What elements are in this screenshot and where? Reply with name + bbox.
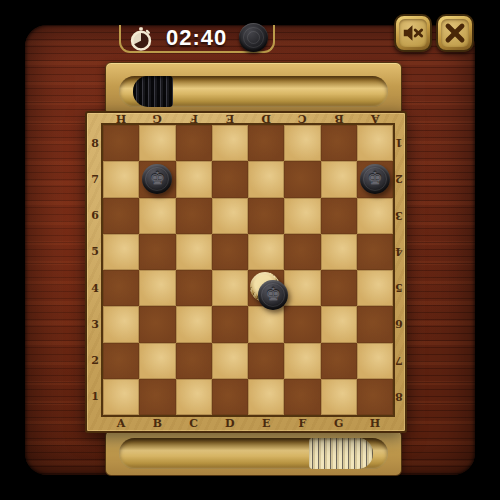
square-f8[interactable] (284, 125, 320, 161)
square-f4[interactable] (284, 270, 320, 306)
square-a6[interactable] (103, 198, 139, 234)
square-f2[interactable] (284, 343, 320, 379)
rank-label-left-1: 1 (87, 379, 103, 415)
square-e8[interactable] (248, 125, 284, 161)
square-b3[interactable] (139, 306, 175, 342)
file-label-top-c: C (284, 113, 320, 125)
square-f7[interactable] (284, 161, 320, 197)
rank-label-left-8: 8 (87, 125, 103, 161)
square-g3[interactable] (321, 306, 357, 342)
rank-label-left-5: 5 (87, 234, 103, 270)
square-g6[interactable] (321, 198, 357, 234)
wood-panel: HGFEDCBA ABCDEFGH 87654321 12345678 ♚♚♚ … (25, 25, 475, 475)
square-h5[interactable] (357, 234, 393, 270)
crown-emblem-icon: ♚ (150, 170, 165, 187)
tray-groove (119, 76, 388, 107)
crown-emblem-icon: ♚ (266, 286, 281, 303)
rank-labels-right: 12345678 (393, 125, 405, 415)
file-label-top-a: A (357, 113, 393, 125)
square-b5[interactable] (139, 234, 175, 270)
square-a8[interactable] (103, 125, 139, 161)
rank-label-left-6: 6 (87, 198, 103, 234)
rank-label-left-7: 7 (87, 161, 103, 197)
square-e7[interactable] (248, 161, 284, 197)
file-label-bottom-g: G (321, 415, 357, 431)
file-label-bottom-e: E (248, 415, 284, 431)
square-b6[interactable] (139, 198, 175, 234)
square-f5[interactable] (284, 234, 320, 270)
file-label-bottom-h: H (357, 415, 393, 431)
mute-button[interactable] (394, 14, 432, 52)
square-h1[interactable] (357, 379, 393, 415)
square-c8[interactable] (176, 125, 212, 161)
square-d4[interactable] (212, 270, 248, 306)
square-d6[interactable] (212, 198, 248, 234)
rank-label-right-5: 5 (393, 270, 405, 306)
rank-label-left-3: 3 (87, 306, 103, 342)
square-a1[interactable] (103, 379, 139, 415)
square-b2[interactable] (139, 343, 175, 379)
square-a7[interactable] (103, 161, 139, 197)
file-label-top-h: H (103, 113, 139, 125)
square-d3[interactable] (212, 306, 248, 342)
square-a3[interactable] (103, 306, 139, 342)
speaker-muted-icon (399, 19, 427, 47)
white-piece-stack (309, 438, 373, 469)
square-b1[interactable] (139, 379, 175, 415)
square-d2[interactable] (212, 343, 248, 379)
close-button[interactable] (436, 14, 474, 52)
file-label-top-d: D (248, 113, 284, 125)
square-a4[interactable] (103, 270, 139, 306)
rank-label-right-2: 2 (393, 161, 405, 197)
square-c3[interactable] (176, 306, 212, 342)
file-label-bottom-d: D (212, 415, 248, 431)
square-f6[interactable] (284, 198, 320, 234)
square-e6[interactable] (248, 198, 284, 234)
rank-label-right-8: 8 (393, 379, 405, 415)
file-label-bottom-c: C (176, 415, 212, 431)
square-f3[interactable] (284, 306, 320, 342)
white-pieces-tray (105, 430, 402, 476)
file-label-bottom-a: A (103, 415, 139, 431)
square-e2[interactable] (248, 343, 284, 379)
square-g4[interactable] (321, 270, 357, 306)
square-g5[interactable] (321, 234, 357, 270)
turn-indicator-black-checker (239, 23, 268, 52)
file-labels-bottom: ABCDEFGH (103, 415, 393, 431)
file-label-top-g: G (139, 113, 175, 125)
square-c2[interactable] (176, 343, 212, 379)
file-label-bottom-b: B (139, 415, 175, 431)
square-h3[interactable] (357, 306, 393, 342)
square-g7[interactable] (321, 161, 357, 197)
square-a2[interactable] (103, 343, 139, 379)
square-g1[interactable] (321, 379, 357, 415)
square-b8[interactable] (139, 125, 175, 161)
rank-label-left-4: 4 (87, 270, 103, 306)
rank-label-right-4: 4 (393, 234, 405, 270)
square-h2[interactable] (357, 343, 393, 379)
square-e1[interactable] (248, 379, 284, 415)
square-g2[interactable] (321, 343, 357, 379)
rank-label-right-7: 7 (393, 343, 405, 379)
square-h4[interactable] (357, 270, 393, 306)
black-piece-stack (133, 76, 173, 107)
rank-label-left-2: 2 (87, 343, 103, 379)
square-c1[interactable] (176, 379, 212, 415)
rank-label-right-1: 1 (393, 125, 405, 161)
file-labels-top: HGFEDCBA (103, 113, 393, 125)
file-label-top-f: F (176, 113, 212, 125)
square-d1[interactable] (212, 379, 248, 415)
stopwatch-icon (128, 26, 154, 52)
rank-label-right-3: 3 (393, 198, 405, 234)
square-c5[interactable] (176, 234, 212, 270)
crown-emblem-icon: ♚ (367, 170, 382, 187)
square-e5[interactable] (248, 234, 284, 270)
file-label-top-b: B (321, 113, 357, 125)
square-c6[interactable] (176, 198, 212, 234)
square-c7[interactable] (176, 161, 212, 197)
square-h8[interactable] (357, 125, 393, 161)
square-d5[interactable] (212, 234, 248, 270)
file-label-bottom-f: F (284, 415, 320, 431)
square-e3[interactable] (248, 306, 284, 342)
square-h6[interactable] (357, 198, 393, 234)
square-d7[interactable] (212, 161, 248, 197)
timer-panel: 02:40 (119, 25, 275, 53)
square-a5[interactable] (103, 234, 139, 270)
checkers-board: HGFEDCBA ABCDEFGH 87654321 12345678 ♚♚♚ (85, 111, 407, 433)
close-x-icon (441, 19, 469, 47)
square-g8[interactable] (321, 125, 357, 161)
square-b4[interactable] (139, 270, 175, 306)
file-label-top-e: E (212, 113, 248, 125)
rank-labels-left: 87654321 (87, 125, 103, 415)
black-pieces-tray (105, 62, 402, 116)
timer-value: 02:40 (166, 27, 227, 49)
rank-label-right-6: 6 (393, 306, 405, 342)
square-c4[interactable] (176, 270, 212, 306)
tray-groove (119, 438, 388, 469)
square-f1[interactable] (284, 379, 320, 415)
square-d8[interactable] (212, 125, 248, 161)
